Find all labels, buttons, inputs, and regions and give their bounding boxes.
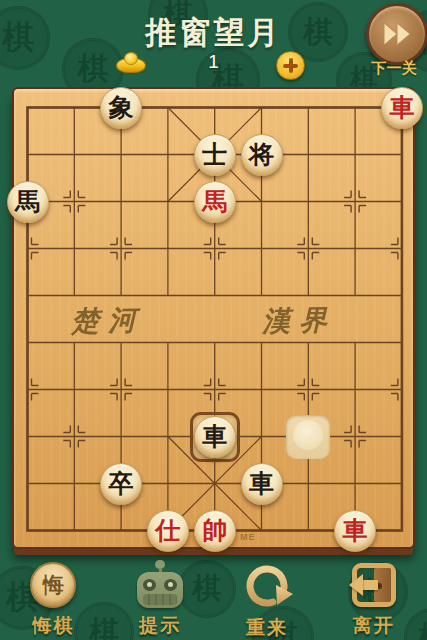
last-move-origin-highlight — [286, 415, 330, 459]
river-label-left: 楚河 — [71, 301, 146, 340]
exit-door-icon — [349, 561, 399, 609]
xiangqi-piece-車[interactable]: 車 — [241, 463, 283, 505]
xiangqi-piece-卒[interactable]: 卒 — [100, 463, 142, 505]
xiangqi-board[interactable]: 楚河 漢界 D ME 象車士将馬馬車卒車仕帥車 — [12, 87, 415, 549]
hint-button[interactable]: 提示 — [107, 556, 214, 640]
undo-button[interactable]: 悔 悔棋 — [0, 556, 107, 640]
xiangqi-app: 棋棋棋棋棋棋棋棋棋棋棋棋棋 推窗望月 1 下一关 楚河 漢界 D ME 象車士将… — [0, 0, 427, 640]
xiangqi-piece-象[interactable]: 象 — [100, 87, 142, 129]
page-title: 推窗望月 — [0, 12, 427, 54]
undo-piece-icon: 悔 — [30, 562, 76, 608]
river-label-right: 漢界 — [262, 301, 337, 340]
hint-label: 提示 — [139, 613, 181, 639]
robot-hint-icon — [136, 560, 184, 610]
fast-forward-icon — [381, 21, 413, 47]
next-level-button[interactable] — [366, 3, 427, 65]
xiangqi-piece-車[interactable]: 車 — [194, 416, 236, 458]
xiangqi-piece-馬[interactable]: 馬 — [7, 181, 49, 223]
add-coins-button[interactable] — [276, 51, 305, 80]
xiangqi-piece-士[interactable]: 士 — [194, 134, 236, 176]
next-level-label: 下一关 — [358, 59, 427, 78]
restart-arrow-icon — [241, 560, 293, 612]
xiangqi-piece-仕[interactable]: 仕 — [147, 510, 189, 552]
xiangqi-piece-馬[interactable]: 馬 — [194, 181, 236, 223]
xiangqi-piece-帥[interactable]: 帥 — [194, 510, 236, 552]
leave-button[interactable]: 离开 — [320, 556, 427, 640]
xiangqi-piece-将[interactable]: 将 — [241, 134, 283, 176]
xiangqi-piece-車[interactable]: 車 — [334, 510, 376, 552]
undo-label: 悔棋 — [32, 613, 74, 639]
watermark-fragment: ME — [240, 532, 256, 542]
restart-label: 重来 — [246, 615, 288, 640]
bottom-toolbar: 悔 悔棋 提示 重来 — [0, 556, 427, 640]
xiangqi-piece-車[interactable]: 車 — [381, 87, 423, 129]
leave-label: 离开 — [353, 613, 395, 639]
restart-button[interactable]: 重来 — [214, 556, 321, 640]
